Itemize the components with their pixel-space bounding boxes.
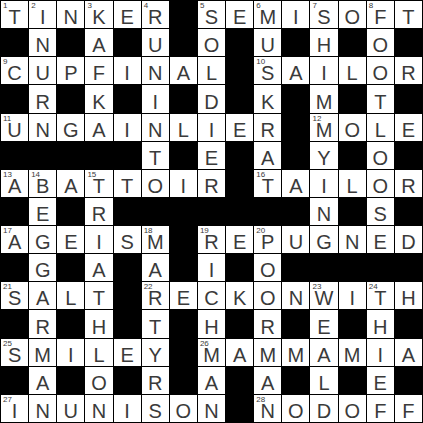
cell-r12c12[interactable]: E <box>310 310 337 337</box>
cell-r5c12[interactable]: 12M <box>310 114 337 141</box>
cell-r5c8[interactable]: I <box>198 114 225 141</box>
cell-r15c1[interactable]: 27I <box>1 395 28 422</box>
block-cell-r14c13 <box>339 367 366 394</box>
cell-r14c14[interactable]: E <box>367 367 394 394</box>
cell-r5c10[interactable]: R <box>254 114 281 141</box>
cell-r1c6[interactable]: 4R <box>142 1 169 28</box>
cell-letter: S <box>142 401 169 421</box>
block-cell-r3c9 <box>226 57 253 84</box>
cell-r9c4[interactable]: I <box>85 226 112 253</box>
cell-letter: H <box>395 288 422 308</box>
cell-r4c4[interactable]: K <box>85 85 112 112</box>
cell-r9c15[interactable]: D <box>395 226 422 253</box>
cell-letter: N <box>142 120 169 140</box>
cell-r3c8[interactable]: L <box>198 57 225 84</box>
cell-r9c1[interactable]: 17A <box>1 226 28 253</box>
cell-r4c6[interactable]: I <box>142 85 169 112</box>
cell-letter: O <box>367 35 394 55</box>
cell-r8c2[interactable]: E <box>29 198 56 225</box>
cell-r1c9[interactable]: E <box>226 1 253 28</box>
block-cell-r2c15 <box>395 29 422 56</box>
cell-r15c8[interactable]: N <box>198 395 225 422</box>
cell-r3c1[interactable]: 9C <box>1 57 28 84</box>
cell-letter: I <box>57 345 84 365</box>
block-cell-r12c5 <box>114 310 141 337</box>
block-cell-r10c3 <box>57 254 84 281</box>
cell-letter: M <box>254 345 281 365</box>
cell-letter: M <box>282 345 309 365</box>
cell-r5c4[interactable]: A <box>85 114 112 141</box>
cell-r1c4[interactable]: 3K <box>85 1 112 28</box>
cell-r5c1[interactable]: 11U <box>1 114 28 141</box>
block-cell-r6c11 <box>282 142 309 169</box>
cell-r13c3[interactable]: I <box>57 339 84 366</box>
cell-letter: T <box>367 92 394 112</box>
cell-r1c12[interactable]: 7S <box>310 1 337 28</box>
cell-r3c14[interactable]: O <box>367 57 394 84</box>
cell-r7c2[interactable]: 14B <box>29 170 56 197</box>
cell-letter: A <box>254 148 281 168</box>
cell-letter: O <box>367 176 394 196</box>
cell-r4c12[interactable]: M <box>310 85 337 112</box>
cell-r13c1[interactable]: 25S <box>1 339 28 366</box>
cell-letter: L <box>339 63 366 83</box>
block-cell-r2c13 <box>339 29 366 56</box>
cell-r7c4[interactable]: 15T <box>85 170 112 197</box>
cell-letter: L <box>310 373 337 393</box>
cell-r5c6[interactable]: N <box>142 114 169 141</box>
cell-letter: I <box>114 120 141 140</box>
cell-letter: E <box>114 7 141 27</box>
cell-letter: O <box>254 260 281 280</box>
cell-letter: P <box>254 232 281 252</box>
cell-r11c8[interactable]: C <box>198 282 225 309</box>
cell-letter: R <box>198 176 225 196</box>
cell-letter: A <box>282 63 309 83</box>
block-cell-r10c7 <box>170 254 197 281</box>
cell-letter: A <box>198 373 225 393</box>
block-cell-r8c11 <box>282 198 309 225</box>
cell-letter: M <box>198 345 225 365</box>
cell-letter: L <box>170 120 197 140</box>
cell-r4c14[interactable]: T <box>367 85 394 112</box>
cell-letter: N <box>198 401 225 421</box>
cell-letter: E <box>29 204 56 224</box>
cell-r12c2[interactable]: R <box>29 310 56 337</box>
cell-letter: L <box>57 288 84 308</box>
cell-letter: F <box>85 63 112 83</box>
cell-r13c8[interactable]: 26M <box>198 339 225 366</box>
cell-r5c13[interactable]: O <box>339 114 366 141</box>
cell-r2c8[interactable]: O <box>198 29 225 56</box>
block-cell-r13c7 <box>170 339 197 366</box>
cell-r15c13[interactable]: O <box>339 395 366 422</box>
block-cell-r12c15 <box>395 310 422 337</box>
cell-r1c5[interactable]: E <box>114 1 141 28</box>
cell-letter: U <box>1 120 28 140</box>
cell-letter: A <box>57 176 84 196</box>
cell-letter: M <box>29 345 56 365</box>
block-cell-r6c7 <box>170 142 197 169</box>
block-cell-r6c1 <box>1 142 28 169</box>
cell-r15c7[interactable]: O <box>170 395 197 422</box>
cell-letter: O <box>85 373 112 393</box>
block-cell-r10c12 <box>310 254 337 281</box>
cell-r15c2[interactable]: N <box>29 395 56 422</box>
cell-letter: Y <box>310 148 337 168</box>
cell-letter: N <box>29 35 56 55</box>
cell-r15c14[interactable]: F <box>367 395 394 422</box>
cell-r5c15[interactable]: E <box>395 114 422 141</box>
cell-r4c2[interactable]: R <box>29 85 56 112</box>
cell-r8c14[interactable]: S <box>367 198 394 225</box>
cell-r1c10[interactable]: 6M <box>254 1 281 28</box>
cell-r7c11[interactable]: A <box>282 170 309 197</box>
cell-r11c4[interactable]: T <box>85 282 112 309</box>
cell-r3c7[interactable]: A <box>170 57 197 84</box>
cell-r12c14[interactable]: H <box>367 310 394 337</box>
cell-r1c11[interactable]: I <box>282 1 309 28</box>
cell-letter: U <box>282 232 309 252</box>
cell-r6c10[interactable]: A <box>254 142 281 169</box>
cell-letter: G <box>29 260 56 280</box>
crossword-grid: 1T2IN3KE4R5SE6MI7SO8FTNAUOUHO9CUPFINAL10… <box>0 0 423 423</box>
cell-letter: F <box>395 401 422 421</box>
cell-r9c14[interactable]: E <box>367 226 394 253</box>
cell-r7c12[interactable]: I <box>310 170 337 197</box>
cell-r3c12[interactable]: I <box>310 57 337 84</box>
cell-r5c14[interactable]: L <box>367 114 394 141</box>
cell-r15c15[interactable]: F <box>395 395 422 422</box>
cell-letter: E <box>198 148 225 168</box>
cell-r2c2[interactable]: N <box>29 29 56 56</box>
cell-r12c6[interactable]: T <box>142 310 169 337</box>
cell-r3c13[interactable]: L <box>339 57 366 84</box>
cell-r11c1[interactable]: 21S <box>1 282 28 309</box>
cell-letter: L <box>85 345 112 365</box>
cell-r11c11[interactable]: N <box>282 282 309 309</box>
cell-r5c9[interactable]: E <box>226 114 253 141</box>
cell-r9c12[interactable]: G <box>310 226 337 253</box>
cell-r15c5[interactable]: I <box>114 395 141 422</box>
cell-letter: G <box>29 232 56 252</box>
cell-letter: S <box>310 7 337 27</box>
cell-r7c14[interactable]: O <box>367 170 394 197</box>
cell-r3c4[interactable]: F <box>85 57 112 84</box>
cell-r13c6[interactable]: Y <box>142 339 169 366</box>
cell-r5c5[interactable]: I <box>114 114 141 141</box>
cell-r11c3[interactable]: L <box>57 282 84 309</box>
cell-letter: E <box>226 7 253 27</box>
cell-letter: T <box>1 7 28 27</box>
cell-r4c8[interactable]: D <box>198 85 225 112</box>
block-cell-r14c15 <box>395 367 422 394</box>
cell-r15c3[interactable]: U <box>57 395 84 422</box>
block-cell-r14c5 <box>114 367 141 394</box>
cell-r1c8[interactable]: 5S <box>198 1 225 28</box>
cell-r13c12[interactable]: A <box>310 339 337 366</box>
cell-letter: N <box>339 232 366 252</box>
cell-r13c5[interactable]: E <box>114 339 141 366</box>
cell-r6c12[interactable]: Y <box>310 142 337 169</box>
cell-letter: T <box>85 176 112 196</box>
cell-r8c12[interactable]: N <box>310 198 337 225</box>
cell-letter: A <box>29 373 56 393</box>
cell-letter: N <box>142 63 169 83</box>
cell-letter: A <box>170 63 197 83</box>
block-cell-r12c3 <box>57 310 84 337</box>
cell-r11c14[interactable]: 24T <box>367 282 394 309</box>
cell-letter: O <box>254 288 281 308</box>
block-cell-r10c9 <box>226 254 253 281</box>
cell-letter: E <box>170 288 197 308</box>
cell-letter: O <box>198 35 225 55</box>
cell-letter: A <box>142 260 169 280</box>
cell-letter: I <box>198 260 225 280</box>
cell-r13c9[interactable]: A <box>226 339 253 366</box>
block-cell-r14c7 <box>170 367 197 394</box>
cell-r12c4[interactable]: H <box>85 310 112 337</box>
block-cell-r10c5 <box>114 254 141 281</box>
cell-letter: O <box>339 120 366 140</box>
cell-r15c6[interactable]: S <box>142 395 169 422</box>
cell-r10c4[interactable]: A <box>85 254 112 281</box>
cell-r9c6[interactable]: 18M <box>142 226 169 253</box>
block-cell-r8c6 <box>142 198 169 225</box>
cell-r10c8[interactable]: I <box>198 254 225 281</box>
cell-r6c14[interactable]: O <box>367 142 394 169</box>
block-cell-r12c13 <box>339 310 366 337</box>
cell-r7c6[interactable]: O <box>142 170 169 197</box>
block-cell-r15c9 <box>226 395 253 422</box>
cell-letter: A <box>395 345 422 365</box>
block-cell-r4c7 <box>170 85 197 112</box>
cell-r3c15[interactable]: R <box>395 57 422 84</box>
cell-r13c11[interactable]: M <box>282 339 309 366</box>
cell-letter: R <box>29 317 56 337</box>
cell-letter: N <box>310 204 337 224</box>
block-cell-r6c2 <box>29 142 56 169</box>
cell-r3c11[interactable]: A <box>282 57 309 84</box>
cell-letter: H <box>310 35 337 55</box>
cell-r14c2[interactable]: A <box>29 367 56 394</box>
cell-letter: L <box>339 176 366 196</box>
block-cell-r10c11 <box>282 254 309 281</box>
cell-letter: D <box>310 401 337 421</box>
cell-r9c8[interactable]: 19R <box>198 226 225 253</box>
cell-letter: K <box>254 92 281 112</box>
block-cell-r8c7 <box>170 198 197 225</box>
cell-letter: I <box>310 63 337 83</box>
cell-r1c15[interactable]: T <box>395 1 422 28</box>
cell-letter: R <box>142 373 169 393</box>
cell-letter: H <box>367 317 394 337</box>
cell-r2c6[interactable]: U <box>142 29 169 56</box>
cell-r8c4[interactable]: R <box>85 198 112 225</box>
cell-r2c10[interactable]: U <box>254 29 281 56</box>
block-cell-r4c13 <box>339 85 366 112</box>
cell-letter: N <box>29 401 56 421</box>
cell-letter: G <box>57 120 84 140</box>
cell-r9c3[interactable]: E <box>57 226 84 253</box>
block-cell-r6c13 <box>339 142 366 169</box>
cell-r9c9[interactable]: E <box>226 226 253 253</box>
cell-r14c12[interactable]: L <box>310 367 337 394</box>
cell-r13c14[interactable]: I <box>367 339 394 366</box>
block-cell-r10c15 <box>395 254 422 281</box>
cell-letter: U <box>29 63 56 83</box>
cell-r13c15[interactable]: A <box>395 339 422 366</box>
cell-letter: E <box>367 232 394 252</box>
cell-letter: F <box>367 401 394 421</box>
block-cell-r4c3 <box>57 85 84 112</box>
cell-r2c4[interactable]: A <box>85 29 112 56</box>
cell-r3c2[interactable]: U <box>29 57 56 84</box>
block-cell-r2c1 <box>1 29 28 56</box>
cell-r7c1[interactable]: 13A <box>1 170 28 197</box>
cell-r15c10[interactable]: 28N <box>254 395 281 422</box>
cell-letter: O <box>339 401 366 421</box>
cell-r5c3[interactable]: G <box>57 114 84 141</box>
cell-letter: A <box>85 120 112 140</box>
cell-r13c10[interactable]: M <box>254 339 281 366</box>
cell-r10c2[interactable]: G <box>29 254 56 281</box>
cell-letter: N <box>57 7 84 27</box>
cell-letter: T <box>142 148 169 168</box>
cell-r7c15[interactable]: R <box>395 170 422 197</box>
cell-letter: E <box>367 373 394 393</box>
cell-r14c4[interactable]: O <box>85 367 112 394</box>
block-cell-r8c8 <box>198 198 225 225</box>
cell-r5c2[interactable]: N <box>29 114 56 141</box>
cell-letter: U <box>254 35 281 55</box>
cell-r15c4[interactable]: N <box>85 395 112 422</box>
cell-r15c11[interactable]: O <box>282 395 309 422</box>
cell-r2c12[interactable]: H <box>310 29 337 56</box>
cell-r6c6[interactable]: T <box>142 142 169 169</box>
cell-letter: I <box>114 401 141 421</box>
block-cell-r2c3 <box>57 29 84 56</box>
cell-r14c10[interactable]: A <box>254 367 281 394</box>
cell-letter: E <box>226 232 253 252</box>
cell-r11c15[interactable]: H <box>395 282 422 309</box>
cell-letter: T <box>85 288 112 308</box>
cell-r11c9[interactable]: K <box>226 282 253 309</box>
cell-letter: G <box>310 232 337 252</box>
cell-r9c13[interactable]: N <box>339 226 366 253</box>
block-cell-r10c1 <box>1 254 28 281</box>
cell-r7c7[interactable]: I <box>170 170 197 197</box>
cell-letter: L <box>367 120 394 140</box>
cell-r11c13[interactable]: I <box>339 282 366 309</box>
cell-letter: M <box>310 92 337 112</box>
cell-r3c6[interactable]: N <box>142 57 169 84</box>
cell-letter: E <box>310 317 337 337</box>
cell-r9c2[interactable]: G <box>29 226 56 253</box>
cell-r12c10[interactable]: R <box>254 310 281 337</box>
cell-letter: I <box>29 7 56 27</box>
cell-r6c8[interactable]: E <box>198 142 225 169</box>
cell-r13c2[interactable]: M <box>29 339 56 366</box>
cell-letter: N <box>85 401 112 421</box>
cell-r3c5[interactable]: I <box>114 57 141 84</box>
block-cell-r7c9 <box>226 170 253 197</box>
cell-letter: P <box>57 63 84 83</box>
cell-r10c10[interactable]: O <box>254 254 281 281</box>
cell-letter: R <box>85 204 112 224</box>
cell-r11c2[interactable]: A <box>29 282 56 309</box>
cell-r1c13[interactable]: O <box>339 1 366 28</box>
cell-r3c10[interactable]: 10S <box>254 57 281 84</box>
cell-r10c6[interactable]: A <box>142 254 169 281</box>
cell-letter: T <box>254 176 281 196</box>
cell-letter: M <box>142 232 169 252</box>
cell-r14c8[interactable]: A <box>198 367 225 394</box>
block-cell-r12c9 <box>226 310 253 337</box>
cell-r9c5[interactable]: S <box>114 226 141 253</box>
cell-r11c10[interactable]: O <box>254 282 281 309</box>
cell-r11c6[interactable]: 22R <box>142 282 169 309</box>
block-cell-r10c13 <box>339 254 366 281</box>
cell-r13c4[interactable]: L <box>85 339 112 366</box>
cell-r9c10[interactable]: 20P <box>254 226 281 253</box>
cell-r11c12[interactable]: 23W <box>310 282 337 309</box>
block-cell-r12c11 <box>282 310 309 337</box>
cell-r1c14[interactable]: 8F <box>367 1 394 28</box>
cell-r7c3[interactable]: A <box>57 170 84 197</box>
cell-r7c8[interactable]: R <box>198 170 225 197</box>
cell-letter: H <box>198 317 225 337</box>
cell-r7c10[interactable]: 16T <box>254 170 281 197</box>
cell-r14c6[interactable]: R <box>142 367 169 394</box>
cell-letter: M <box>254 7 281 27</box>
cell-letter: I <box>339 288 366 308</box>
cell-letter: S <box>254 63 281 83</box>
cell-letter: O <box>170 401 197 421</box>
cell-r3c3[interactable]: P <box>57 57 84 84</box>
cell-r12c8[interactable]: H <box>198 310 225 337</box>
cell-r7c13[interactable]: L <box>339 170 366 197</box>
block-cell-r8c10 <box>254 198 281 225</box>
cell-r11c7[interactable]: E <box>170 282 197 309</box>
block-cell-r2c9 <box>226 29 253 56</box>
cell-r4c10[interactable]: K <box>254 85 281 112</box>
block-cell-r12c7 <box>170 310 197 337</box>
cell-r5c7[interactable]: L <box>170 114 197 141</box>
cell-letter: N <box>29 120 56 140</box>
cell-r2c14[interactable]: O <box>367 29 394 56</box>
block-cell-r4c5 <box>114 85 141 112</box>
cell-letter: K <box>226 288 253 308</box>
cell-letter: I <box>142 92 169 112</box>
cell-r1c1[interactable]: 1T <box>1 1 28 28</box>
cell-r1c2[interactable]: 2I <box>29 1 56 28</box>
cell-letter: S <box>367 204 394 224</box>
cell-r15c12[interactable]: D <box>310 395 337 422</box>
cell-r7c5[interactable]: T <box>114 170 141 197</box>
cell-letter: R <box>198 232 225 252</box>
cell-letter: R <box>254 120 281 140</box>
cell-letter: A <box>1 232 28 252</box>
cell-letter: R <box>254 317 281 337</box>
cell-r13c13[interactable]: M <box>339 339 366 366</box>
cell-letter: K <box>85 92 112 112</box>
cell-letter: Y <box>142 345 169 365</box>
cell-r1c3[interactable]: N <box>57 1 84 28</box>
cell-letter: O <box>339 7 366 27</box>
block-cell-r14c1 <box>1 367 28 394</box>
cell-r9c11[interactable]: U <box>282 226 309 253</box>
